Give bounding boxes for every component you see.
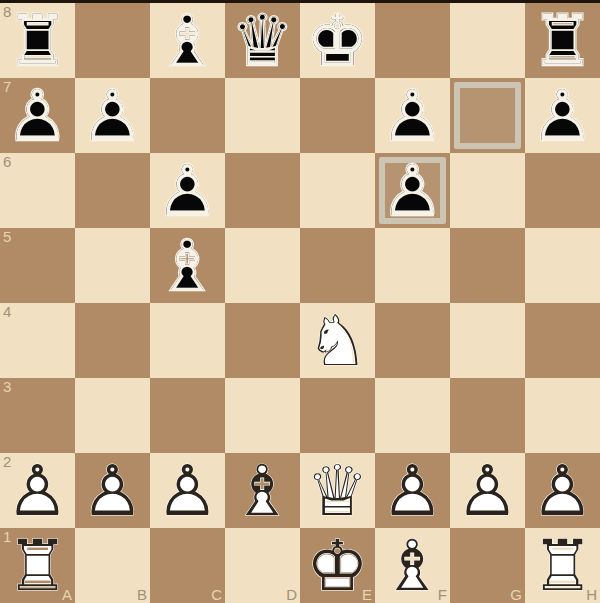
square-g5[interactable]: [450, 228, 525, 303]
file-label-d: D: [286, 586, 297, 603]
piece-glyph-outline: ♖: [531, 6, 594, 76]
square-f1[interactable]: F♝♗: [375, 528, 450, 603]
square-h5[interactable]: [525, 228, 600, 303]
piece-white-knight[interactable]: ♞♘: [300, 303, 375, 378]
square-g3[interactable]: [450, 378, 525, 453]
square-g4[interactable]: [450, 303, 525, 378]
square-h7[interactable]: ♟♙: [525, 78, 600, 153]
piece-black-pawn[interactable]: ♟♙: [525, 78, 600, 153]
file-label-g: G: [510, 586, 522, 603]
piece-glyph-outline: ♙: [456, 456, 519, 526]
square-a1[interactable]: 1A♜♖: [0, 528, 75, 603]
square-b6[interactable]: [75, 153, 150, 228]
square-h1[interactable]: H♜♖: [525, 528, 600, 603]
square-g8[interactable]: [450, 3, 525, 78]
square-c3[interactable]: [150, 378, 225, 453]
piece-glyph-outline: ♕: [306, 456, 369, 526]
square-e1[interactable]: E♚♔: [300, 528, 375, 603]
square-f2[interactable]: ♟♙: [375, 453, 450, 528]
square-e8[interactable]: ♚♔: [300, 3, 375, 78]
square-a7[interactable]: 7♟♙: [0, 78, 75, 153]
piece-glyph-outline: ♙: [81, 81, 144, 151]
piece-glyph-outline: ♙: [531, 456, 594, 526]
rank-label-4: 4: [3, 303, 11, 320]
square-h8[interactable]: ♜♖: [525, 3, 600, 78]
square-a4[interactable]: 4: [0, 303, 75, 378]
piece-white-pawn[interactable]: ♟♙: [75, 453, 150, 528]
piece-white-pawn[interactable]: ♟♙: [150, 453, 225, 528]
square-d7[interactable]: [225, 78, 300, 153]
square-d4[interactable]: [225, 303, 300, 378]
square-h6[interactable]: [525, 153, 600, 228]
square-d8[interactable]: ♛♕: [225, 3, 300, 78]
square-g2[interactable]: ♟♙: [450, 453, 525, 528]
app-screen: 8♜♖♝♗♛♕♚♔♜♖7♟♙♟♙♟♙♟♙6♟♙♟♙5♝♗4♞♘32♟♙♟♙♟♙♝…: [0, 0, 600, 603]
piece-black-bishop[interactable]: ♝♗: [150, 228, 225, 303]
square-f6[interactable]: ♟♙: [375, 153, 450, 228]
square-a6[interactable]: 6: [0, 153, 75, 228]
square-f4[interactable]: [375, 303, 450, 378]
piece-glyph-outline: ♙: [6, 81, 69, 151]
square-g6[interactable]: [450, 153, 525, 228]
square-c1[interactable]: C: [150, 528, 225, 603]
piece-glyph-outline: ♖: [6, 531, 69, 601]
square-f3[interactable]: [375, 378, 450, 453]
piece-glyph-outline: ♗: [156, 6, 219, 76]
square-a8[interactable]: 8♜♖: [0, 3, 75, 78]
piece-black-queen[interactable]: ♛♕: [225, 3, 300, 78]
piece-white-bishop[interactable]: ♝♗: [225, 453, 300, 528]
square-e2[interactable]: ♛♕: [300, 453, 375, 528]
piece-glyph-outline: ♙: [156, 456, 219, 526]
piece-white-pawn[interactable]: ♟♙: [525, 453, 600, 528]
square-b3[interactable]: [75, 378, 150, 453]
piece-glyph-outline: ♙: [156, 156, 219, 226]
square-h3[interactable]: [525, 378, 600, 453]
square-d6[interactable]: [225, 153, 300, 228]
square-a5[interactable]: 5: [0, 228, 75, 303]
square-b8[interactable]: [75, 3, 150, 78]
piece-black-pawn[interactable]: ♟♙: [375, 78, 450, 153]
square-e4[interactable]: ♞♘: [300, 303, 375, 378]
file-label-b: B: [137, 586, 147, 603]
square-d5[interactable]: [225, 228, 300, 303]
piece-black-pawn[interactable]: ♟♙: [75, 78, 150, 153]
file-label-c: C: [211, 586, 222, 603]
square-d2[interactable]: ♝♗: [225, 453, 300, 528]
piece-white-pawn[interactable]: ♟♙: [375, 453, 450, 528]
square-g1[interactable]: G: [450, 528, 525, 603]
square-d3[interactable]: [225, 378, 300, 453]
square-g7[interactable]: [450, 78, 525, 153]
piece-glyph-outline: ♙: [381, 156, 444, 226]
rank-label-3: 3: [3, 378, 11, 395]
square-b4[interactable]: [75, 303, 150, 378]
piece-glyph-outline: ♖: [531, 531, 594, 601]
piece-white-rook[interactable]: ♜♖: [0, 528, 75, 603]
square-f7[interactable]: ♟♙: [375, 78, 450, 153]
rank-label-5: 5: [3, 228, 11, 245]
piece-black-pawn[interactable]: ♟♙: [0, 78, 75, 153]
square-b1[interactable]: B: [75, 528, 150, 603]
piece-white-bishop[interactable]: ♝♗: [375, 528, 450, 603]
square-a2[interactable]: 2♟♙: [0, 453, 75, 528]
piece-glyph-outline: ♙: [6, 456, 69, 526]
piece-black-king[interactable]: ♚♔: [300, 3, 375, 78]
chess-board: 8♜♖♝♗♛♕♚♔♜♖7♟♙♟♙♟♙♟♙6♟♙♟♙5♝♗4♞♘32♟♙♟♙♟♙♝…: [0, 3, 600, 603]
piece-glyph-outline: ♖: [6, 6, 69, 76]
piece-black-pawn[interactable]: ♟♙: [150, 153, 225, 228]
piece-white-rook[interactable]: ♜♖: [525, 528, 600, 603]
piece-glyph-outline: ♗: [231, 456, 294, 526]
piece-black-rook[interactable]: ♜♖: [0, 3, 75, 78]
piece-glyph-outline: ♙: [381, 81, 444, 151]
square-h2[interactable]: ♟♙: [525, 453, 600, 528]
square-f8[interactable]: [375, 3, 450, 78]
square-b5[interactable]: [75, 228, 150, 303]
square-c2[interactable]: ♟♙: [150, 453, 225, 528]
square-b2[interactable]: ♟♙: [75, 453, 150, 528]
piece-glyph-outline: ♔: [306, 6, 369, 76]
piece-glyph-outline: ♕: [231, 6, 294, 76]
square-c4[interactable]: [150, 303, 225, 378]
last-move-highlight-frame: [454, 82, 521, 149]
square-e7[interactable]: [300, 78, 375, 153]
square-a3[interactable]: 3: [0, 378, 75, 453]
square-f5[interactable]: [375, 228, 450, 303]
square-e3[interactable]: [300, 378, 375, 453]
piece-glyph-outline: ♗: [381, 531, 444, 601]
piece-glyph-outline: ♔: [306, 531, 369, 601]
square-e5[interactable]: [300, 228, 375, 303]
piece-black-pawn[interactable]: ♟♙: [375, 153, 450, 228]
piece-black-rook[interactable]: ♜♖: [525, 3, 600, 78]
piece-white-pawn[interactable]: ♟♙: [0, 453, 75, 528]
piece-white-pawn[interactable]: ♟♙: [450, 453, 525, 528]
square-h4[interactable]: [525, 303, 600, 378]
piece-white-queen[interactable]: ♛♕: [300, 453, 375, 528]
square-e6[interactable]: [300, 153, 375, 228]
piece-white-king[interactable]: ♚♔: [300, 528, 375, 603]
square-c5[interactable]: ♝♗: [150, 228, 225, 303]
square-d1[interactable]: D: [225, 528, 300, 603]
square-c7[interactable]: [150, 78, 225, 153]
piece-glyph-outline: ♗: [156, 231, 219, 301]
piece-glyph-outline: ♙: [531, 81, 594, 151]
piece-glyph-outline: ♙: [381, 456, 444, 526]
piece-glyph-outline: ♘: [306, 306, 369, 376]
piece-black-bishop[interactable]: ♝♗: [150, 3, 225, 78]
piece-glyph-outline: ♙: [81, 456, 144, 526]
square-c8[interactable]: ♝♗: [150, 3, 225, 78]
square-c6[interactable]: ♟♙: [150, 153, 225, 228]
square-b7[interactable]: ♟♙: [75, 78, 150, 153]
